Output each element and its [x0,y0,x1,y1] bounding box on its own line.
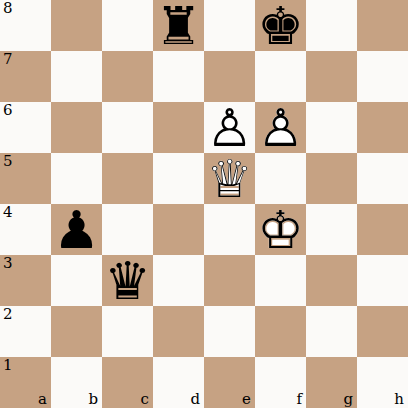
white-pawn[interactable]: ♟♙ [204,102,255,153]
file-label-a: a [38,392,47,407]
square-d4[interactable] [153,204,204,255]
square-a3[interactable]: 3 [0,255,51,306]
file-label-h: h [394,392,404,407]
square-d5[interactable] [153,153,204,204]
square-h2[interactable] [357,306,408,357]
square-g5[interactable] [306,153,357,204]
square-b3[interactable] [51,255,102,306]
square-d8[interactable]: ♜ [153,0,204,51]
square-h3[interactable] [357,255,408,306]
chess-board: 8♜♚76♟♙♟♙5♛♕4♟♚♔3♛21abcdefgh [0,0,408,408]
square-b5[interactable] [51,153,102,204]
square-f1[interactable]: f [255,357,306,408]
rank-label-8: 8 [3,1,13,16]
rank-label-1: 1 [3,358,13,373]
square-g7[interactable] [306,51,357,102]
white-queen[interactable]: ♛♕ [204,153,255,204]
square-c5[interactable] [102,153,153,204]
square-f7[interactable] [255,51,306,102]
square-d2[interactable] [153,306,204,357]
square-a5[interactable]: 5 [0,153,51,204]
file-label-g: g [343,392,353,407]
square-c8[interactable] [102,0,153,51]
square-b2[interactable] [51,306,102,357]
square-g8[interactable] [306,0,357,51]
file-label-f: f [296,392,302,407]
rank-label-2: 2 [3,307,13,322]
white-pawn-outline: ♙ [255,102,306,153]
white-pawn-outline: ♙ [204,102,255,153]
square-b4[interactable]: ♟ [51,204,102,255]
square-h5[interactable] [357,153,408,204]
square-h8[interactable] [357,0,408,51]
square-c6[interactable] [102,102,153,153]
square-c1[interactable]: c [102,357,153,408]
black-pawn[interactable]: ♟ [51,204,102,255]
file-label-d: d [190,392,200,407]
square-e4[interactable] [204,204,255,255]
square-f3[interactable] [255,255,306,306]
square-h4[interactable] [357,204,408,255]
square-g4[interactable] [306,204,357,255]
square-a1[interactable]: 1a [0,357,51,408]
square-h1[interactable]: h [357,357,408,408]
square-e8[interactable] [204,0,255,51]
square-d3[interactable] [153,255,204,306]
square-g3[interactable] [306,255,357,306]
file-label-b: b [88,392,98,407]
square-c7[interactable] [102,51,153,102]
square-b6[interactable] [51,102,102,153]
file-label-e: e [242,392,251,407]
square-e5[interactable]: ♛♕ [204,153,255,204]
white-king[interactable]: ♚♔ [255,204,306,255]
rank-label-5: 5 [3,154,13,169]
black-rook[interactable]: ♜ [153,0,204,51]
square-a8[interactable]: 8 [0,0,51,51]
square-e2[interactable] [204,306,255,357]
square-d1[interactable]: d [153,357,204,408]
square-e7[interactable] [204,51,255,102]
square-g2[interactable] [306,306,357,357]
black-queen[interactable]: ♛ [102,255,153,306]
white-king-outline: ♔ [255,204,306,255]
square-g6[interactable] [306,102,357,153]
square-h7[interactable] [357,51,408,102]
square-c4[interactable] [102,204,153,255]
square-b1[interactable]: b [51,357,102,408]
white-queen-outline: ♕ [204,153,255,204]
square-a7[interactable]: 7 [0,51,51,102]
square-a4[interactable]: 4 [0,204,51,255]
square-e6[interactable]: ♟♙ [204,102,255,153]
white-pawn[interactable]: ♟♙ [255,102,306,153]
black-king[interactable]: ♚ [255,0,306,51]
square-c2[interactable] [102,306,153,357]
square-f2[interactable] [255,306,306,357]
square-f6[interactable]: ♟♙ [255,102,306,153]
square-e1[interactable]: e [204,357,255,408]
square-f5[interactable] [255,153,306,204]
square-d7[interactable] [153,51,204,102]
square-d6[interactable] [153,102,204,153]
file-label-c: c [141,392,149,407]
square-b7[interactable] [51,51,102,102]
rank-label-6: 6 [3,103,13,118]
square-g1[interactable]: g [306,357,357,408]
rank-label-3: 3 [3,256,13,271]
square-f8[interactable]: ♚ [255,0,306,51]
square-a6[interactable]: 6 [0,102,51,153]
square-a2[interactable]: 2 [0,306,51,357]
rank-label-7: 7 [3,52,13,67]
square-b8[interactable] [51,0,102,51]
square-f4[interactable]: ♚♔ [255,204,306,255]
square-e3[interactable] [204,255,255,306]
rank-label-4: 4 [3,205,13,220]
square-h6[interactable] [357,102,408,153]
square-c3[interactable]: ♛ [102,255,153,306]
